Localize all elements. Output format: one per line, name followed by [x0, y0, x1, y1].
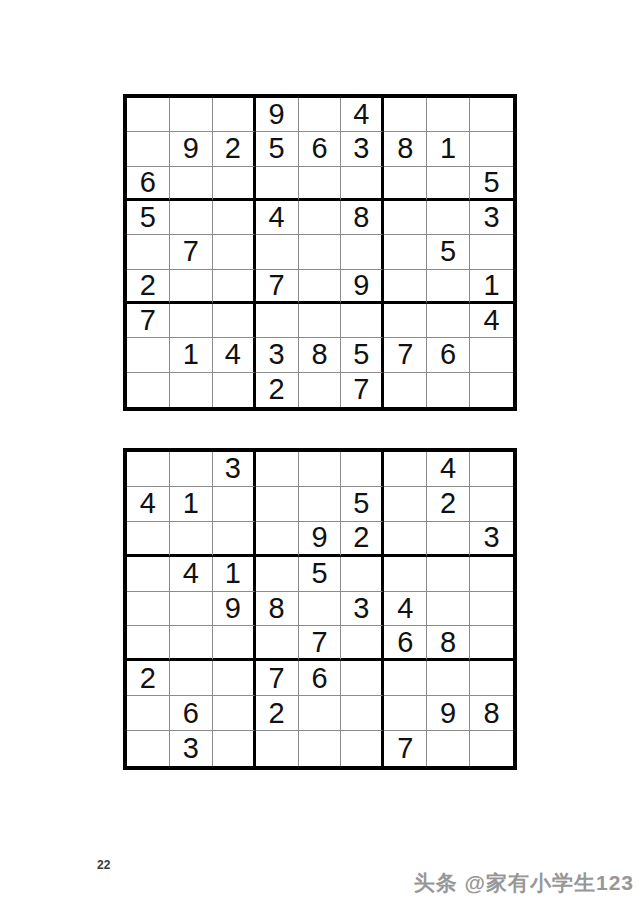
sudoku-cell-top-r5c7	[384, 235, 427, 269]
sudoku-cell-top-r7c1: 7	[127, 304, 170, 338]
sudoku-cell-top-r7c9: 4	[470, 304, 513, 338]
sudoku-grid-bottom: 3441529234159834768276629837	[123, 448, 517, 770]
sudoku-cell-bottom-r2c9	[470, 487, 513, 522]
sudoku-cell-top-r3c8	[427, 167, 470, 201]
sudoku-cell-bottom-r2c6: 5	[341, 487, 384, 522]
sudoku-cell-bottom-r9c9	[470, 731, 513, 766]
sudoku-cell-bottom-r6c7: 6	[384, 626, 427, 661]
sudoku-cell-bottom-r1c9	[470, 452, 513, 487]
sudoku-cell-top-r2c6: 3	[341, 132, 384, 166]
sudoku-cell-top-r9c5	[299, 373, 342, 407]
sudoku-cell-bottom-r3c1	[127, 522, 170, 557]
sudoku-cell-top-r2c7: 8	[384, 132, 427, 166]
sudoku-cell-bottom-r9c6	[341, 731, 384, 766]
sudoku-cell-top-r7c5	[299, 304, 342, 338]
sudoku-cell-bottom-r6c3	[213, 626, 256, 661]
sudoku-cell-bottom-r6c6	[341, 626, 384, 661]
sudoku-cell-bottom-r7c8	[427, 661, 470, 696]
sudoku-cell-bottom-r2c3	[213, 487, 256, 522]
sudoku-cell-top-r9c9	[470, 373, 513, 407]
sudoku-cell-top-r4c7	[384, 201, 427, 235]
sudoku-cell-bottom-r8c9: 8	[470, 696, 513, 731]
sudoku-cell-top-r4c2	[170, 201, 213, 235]
sudoku-cell-top-r7c6	[341, 304, 384, 338]
sudoku-cell-bottom-r4c3: 1	[213, 557, 256, 592]
sudoku-cell-top-r2c5: 6	[299, 132, 342, 166]
sudoku-cell-top-r5c2: 7	[170, 235, 213, 269]
sudoku-cell-bottom-r2c5	[299, 487, 342, 522]
sudoku-cell-bottom-r7c1: 2	[127, 661, 170, 696]
sudoku-cell-bottom-r2c8: 2	[427, 487, 470, 522]
sudoku-cell-top-r3c5	[299, 167, 342, 201]
sudoku-cell-top-r5c8: 5	[427, 235, 470, 269]
sudoku-cell-top-r8c9	[470, 338, 513, 372]
sudoku-cell-top-r5c4	[256, 235, 299, 269]
sudoku-cell-bottom-r5c4: 8	[256, 592, 299, 627]
sudoku-cell-top-r9c6: 7	[341, 373, 384, 407]
sudoku-cell-bottom-r8c4: 2	[256, 696, 299, 731]
sudoku-cell-top-r4c1: 5	[127, 201, 170, 235]
sudoku-cell-top-r8c1	[127, 338, 170, 372]
sudoku-cell-top-r6c3	[213, 270, 256, 304]
sudoku-cell-bottom-r4c7	[384, 557, 427, 592]
sudoku-cell-bottom-r8c7	[384, 696, 427, 731]
sudoku-cell-top-r8c2: 1	[170, 338, 213, 372]
sudoku-cell-bottom-r7c5: 6	[299, 661, 342, 696]
sudoku-cell-top-r7c8	[427, 304, 470, 338]
sudoku-cell-bottom-r9c2: 3	[170, 731, 213, 766]
sudoku-cell-bottom-r4c1	[127, 557, 170, 592]
sudoku-cell-bottom-r1c5	[299, 452, 342, 487]
sudoku-cell-top-r1c8	[427, 98, 470, 132]
sudoku-cell-top-r3c3	[213, 167, 256, 201]
sudoku-cell-top-r6c6: 9	[341, 270, 384, 304]
sudoku-cell-bottom-r3c8	[427, 522, 470, 557]
sudoku-cell-bottom-r5c5	[299, 592, 342, 627]
sudoku-cell-bottom-r7c2	[170, 661, 213, 696]
sudoku-cell-bottom-r5c2	[170, 592, 213, 627]
sudoku-cell-bottom-r6c9	[470, 626, 513, 661]
sudoku-cell-top-r8c6: 5	[341, 338, 384, 372]
page-number: 22	[97, 858, 110, 872]
sudoku-cell-bottom-r4c2: 4	[170, 557, 213, 592]
sudoku-cell-top-r5c9	[470, 235, 513, 269]
sudoku-cell-top-r8c7: 7	[384, 338, 427, 372]
sudoku-cell-bottom-r8c5	[299, 696, 342, 731]
sudoku-cell-bottom-r1c3: 3	[213, 452, 256, 487]
sudoku-cell-bottom-r6c4	[256, 626, 299, 661]
sudoku-cell-top-r3c7	[384, 167, 427, 201]
sudoku-cell-bottom-r6c8: 8	[427, 626, 470, 661]
sudoku-cell-top-r3c4	[256, 167, 299, 201]
sudoku-cell-top-r9c2	[170, 373, 213, 407]
sudoku-cell-bottom-r2c4	[256, 487, 299, 522]
sudoku-cell-top-r6c2	[170, 270, 213, 304]
sudoku-cell-top-r4c8	[427, 201, 470, 235]
sudoku-cell-top-r3c6	[341, 167, 384, 201]
sudoku-cell-top-r2c3: 2	[213, 132, 256, 166]
sudoku-cell-top-r9c7	[384, 373, 427, 407]
sudoku-cell-bottom-r4c6	[341, 557, 384, 592]
sudoku-cell-top-r5c5	[299, 235, 342, 269]
sudoku-cell-top-r4c5	[299, 201, 342, 235]
sudoku-cell-top-r6c4: 7	[256, 270, 299, 304]
sudoku-cell-top-r8c4: 3	[256, 338, 299, 372]
sudoku-cell-bottom-r7c6	[341, 661, 384, 696]
sudoku-cell-bottom-r8c8: 9	[427, 696, 470, 731]
sudoku-cell-bottom-r2c7	[384, 487, 427, 522]
sudoku-cell-bottom-r9c4	[256, 731, 299, 766]
sudoku-cell-top-r9c8	[427, 373, 470, 407]
sudoku-cell-bottom-r3c6: 2	[341, 522, 384, 557]
sudoku-cell-bottom-r6c5: 7	[299, 626, 342, 661]
sudoku-cell-top-r9c4: 2	[256, 373, 299, 407]
sudoku-cell-top-r6c8	[427, 270, 470, 304]
sudoku-cell-top-r6c5	[299, 270, 342, 304]
sudoku-cell-bottom-r5c6: 3	[341, 592, 384, 627]
sudoku-cell-bottom-r2c2: 1	[170, 487, 213, 522]
sudoku-cell-top-r2c1	[127, 132, 170, 166]
sudoku-cell-bottom-r3c4	[256, 522, 299, 557]
sudoku-cell-bottom-r4c8	[427, 557, 470, 592]
sudoku-cell-top-r7c7	[384, 304, 427, 338]
sudoku-cell-top-r1c5	[299, 98, 342, 132]
sudoku-cell-top-r5c6	[341, 235, 384, 269]
sudoku-cell-bottom-r1c7	[384, 452, 427, 487]
sudoku-cell-top-r3c1: 6	[127, 167, 170, 201]
sudoku-cell-bottom-r9c7: 7	[384, 731, 427, 766]
sudoku-cell-bottom-r4c4	[256, 557, 299, 592]
sudoku-cell-top-r1c3	[213, 98, 256, 132]
sudoku-cell-top-r3c2	[170, 167, 213, 201]
sudoku-cell-top-r9c1	[127, 373, 170, 407]
sudoku-cell-bottom-r9c8	[427, 731, 470, 766]
sudoku-cell-bottom-r5c9	[470, 592, 513, 627]
sudoku-cell-bottom-r7c9	[470, 661, 513, 696]
sudoku-cell-bottom-r3c2	[170, 522, 213, 557]
sudoku-cell-top-r2c2: 9	[170, 132, 213, 166]
sudoku-cell-bottom-r1c8: 4	[427, 452, 470, 487]
sudoku-cell-top-r2c4: 5	[256, 132, 299, 166]
sudoku-cell-top-r4c3	[213, 201, 256, 235]
sudoku-cell-bottom-r8c2: 6	[170, 696, 213, 731]
watermark: 头条 @家有小学生123	[414, 869, 634, 897]
sudoku-cell-top-r4c4: 4	[256, 201, 299, 235]
sudoku-cell-bottom-r5c3: 9	[213, 592, 256, 627]
sudoku-cell-bottom-r7c3	[213, 661, 256, 696]
sudoku-cell-top-r1c2	[170, 98, 213, 132]
sudoku-cell-bottom-r9c3	[213, 731, 256, 766]
sudoku-cell-top-r1c4: 9	[256, 98, 299, 132]
sudoku-cell-top-r8c8: 6	[427, 338, 470, 372]
sudoku-cell-top-r6c9: 1	[470, 270, 513, 304]
sudoku-cell-bottom-r5c8	[427, 592, 470, 627]
sudoku-cell-bottom-r4c5: 5	[299, 557, 342, 592]
sudoku-cell-top-r1c1	[127, 98, 170, 132]
sudoku-cell-top-r5c1	[127, 235, 170, 269]
sudoku-cell-bottom-r9c5	[299, 731, 342, 766]
sudoku-cell-top-r1c7	[384, 98, 427, 132]
sudoku-cell-bottom-r3c9: 3	[470, 522, 513, 557]
sudoku-cell-bottom-r8c1	[127, 696, 170, 731]
sudoku-cell-bottom-r2c1: 4	[127, 487, 170, 522]
sudoku-cell-top-r7c3	[213, 304, 256, 338]
sudoku-cell-bottom-r7c7	[384, 661, 427, 696]
sudoku-cell-bottom-r5c1	[127, 592, 170, 627]
sudoku-cell-bottom-r4c9	[470, 557, 513, 592]
sudoku-cell-top-r1c6: 4	[341, 98, 384, 132]
sudoku-cell-top-r2c9	[470, 132, 513, 166]
sudoku-cell-top-r5c3	[213, 235, 256, 269]
sudoku-cell-top-r6c7	[384, 270, 427, 304]
sudoku-cell-top-r1c9	[470, 98, 513, 132]
sudoku-cell-top-r3c9: 5	[470, 167, 513, 201]
sudoku-cell-bottom-r9c1	[127, 731, 170, 766]
sudoku-grid-top: 94925638165548375279174143857627	[123, 94, 517, 411]
sudoku-cell-bottom-r8c6	[341, 696, 384, 731]
sudoku-cell-bottom-r3c5: 9	[299, 522, 342, 557]
sudoku-cell-top-r4c6: 8	[341, 201, 384, 235]
sudoku-cell-top-r4c9: 3	[470, 201, 513, 235]
sudoku-cell-top-r8c3: 4	[213, 338, 256, 372]
sudoku-cell-top-r7c4	[256, 304, 299, 338]
sudoku-cell-bottom-r7c4: 7	[256, 661, 299, 696]
sudoku-cell-bottom-r3c7	[384, 522, 427, 557]
sudoku-cell-top-r7c2	[170, 304, 213, 338]
sudoku-cell-bottom-r6c1	[127, 626, 170, 661]
sudoku-cell-top-r8c5: 8	[299, 338, 342, 372]
sudoku-cell-bottom-r6c2	[170, 626, 213, 661]
sudoku-cell-top-r9c3	[213, 373, 256, 407]
sudoku-cell-bottom-r1c1	[127, 452, 170, 487]
sudoku-cell-top-r2c8: 1	[427, 132, 470, 166]
sudoku-cell-top-r6c1: 2	[127, 270, 170, 304]
sudoku-cell-bottom-r3c3	[213, 522, 256, 557]
sudoku-cell-bottom-r1c4	[256, 452, 299, 487]
sudoku-cell-bottom-r1c2	[170, 452, 213, 487]
sudoku-cell-bottom-r1c6	[341, 452, 384, 487]
sudoku-cell-bottom-r5c7: 4	[384, 592, 427, 627]
sudoku-cell-bottom-r8c3	[213, 696, 256, 731]
